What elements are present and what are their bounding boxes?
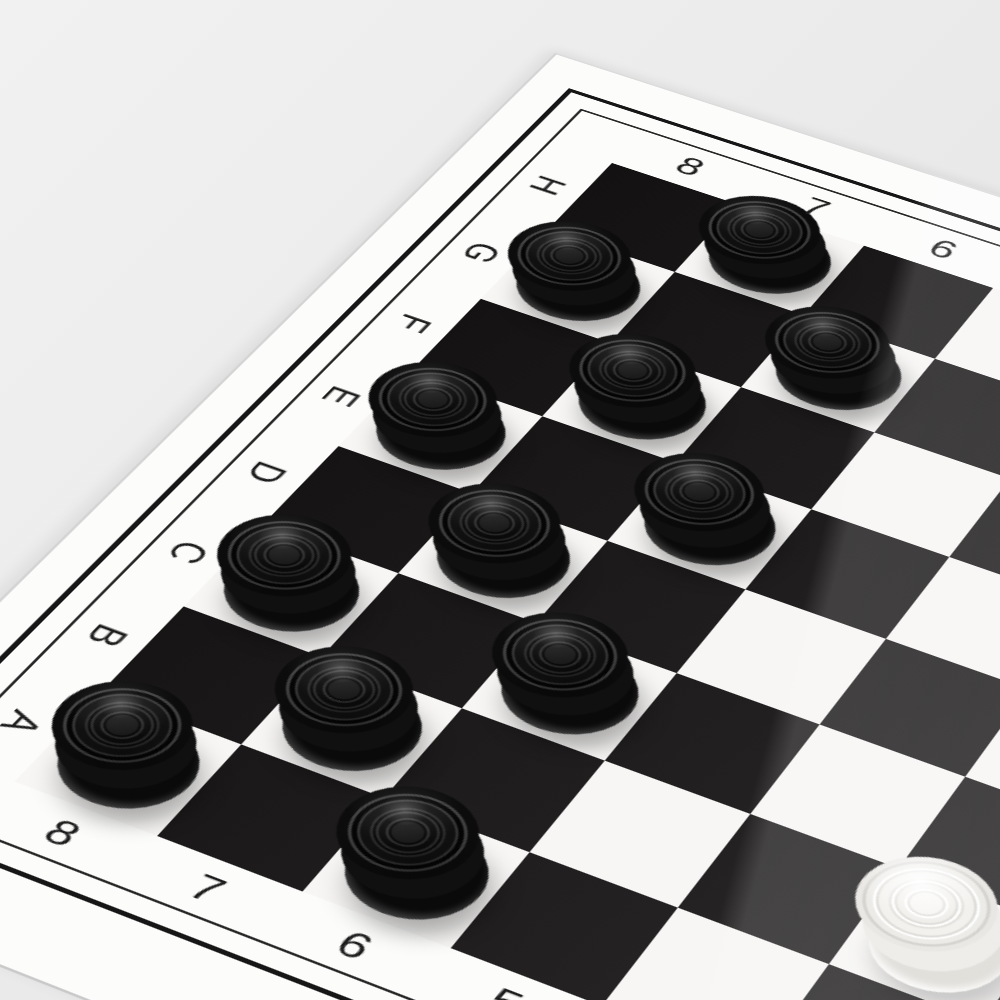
file-label-text-F: F	[385, 309, 442, 337]
photo-stage: HGFEDCBA 87654321 87654321	[0, 0, 1000, 1000]
file-label-text-B: B	[75, 618, 138, 652]
file-label-text-G: G	[452, 238, 511, 269]
file-label-text-E: E	[312, 381, 371, 411]
file-label-text-C: C	[157, 535, 220, 569]
file-label-text-H: H	[520, 171, 576, 199]
file-label-text-D: D	[236, 456, 298, 489]
file-label-text-A: A	[0, 705, 54, 741]
